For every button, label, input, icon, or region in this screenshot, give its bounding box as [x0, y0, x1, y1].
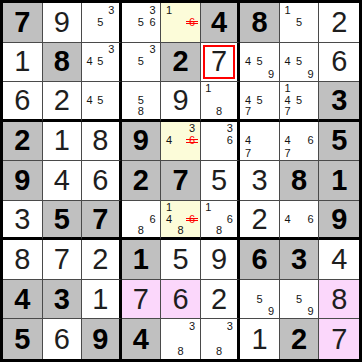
cell-value: 5: [331, 126, 347, 155]
candidates: 59: [280, 280, 319, 319]
cell-r2c5[interactable]: 2: [161, 43, 201, 83]
cell-r1c1[interactable]: 7: [3, 3, 43, 43]
candidate-empty: [224, 106, 235, 118]
candidate-6: 6: [305, 135, 317, 147]
candidate-8: 8: [214, 106, 225, 118]
cell-r2c6[interactable]: 7: [201, 43, 241, 83]
candidate-empty: [186, 333, 198, 346]
cell-r4c7[interactable]: 47: [240, 122, 280, 162]
candidate-empty: [282, 28, 294, 40]
cell-value: 6: [252, 245, 268, 274]
candidate-empty: [254, 147, 266, 159]
cell-value: 7: [211, 47, 227, 76]
candidate-empty: [265, 293, 277, 305]
cell-value: 5: [172, 245, 188, 274]
cell-value: 2: [14, 126, 30, 155]
candidate-empty: [175, 147, 187, 159]
cell-r3c1[interactable]: 6: [3, 82, 43, 122]
sudoku-board: 7935356164815218345352745945966245589184…: [0, 0, 362, 362]
candidate-5: 5: [293, 56, 305, 68]
candidate-empty: [163, 333, 175, 346]
candidate-empty: [124, 202, 136, 214]
cell-r1c5[interactable]: 16: [161, 3, 201, 43]
cell-r4c3[interactable]: 8: [82, 122, 122, 162]
cell-r1c4[interactable]: 356: [122, 3, 162, 43]
candidate-empty: [147, 28, 159, 40]
candidate-empty: [305, 4, 317, 16]
candidate-empty: [224, 333, 235, 346]
candidate-1: 1: [163, 202, 175, 214]
cell-r5c7[interactable]: 3: [240, 161, 280, 201]
cell-r8c4[interactable]: 7: [122, 280, 162, 320]
candidate-empty: [224, 147, 235, 159]
cell-r3c3[interactable]: 45: [82, 82, 122, 122]
candidate-empty: [124, 44, 136, 56]
cell-r6c5[interactable]: 1468: [161, 201, 201, 241]
candidate-empty: [95, 4, 106, 16]
candidate-empty: [305, 28, 317, 40]
cell-r2c1[interactable]: 1: [3, 43, 43, 83]
candidate-empty: [203, 147, 214, 159]
candidate-empty: [175, 16, 187, 28]
cell-value: 5: [14, 325, 30, 354]
candidate-5: 5: [95, 16, 106, 28]
cell-value: 4: [54, 166, 70, 195]
cell-r4c1[interactable]: 2: [3, 122, 43, 162]
candidate-empty: [265, 83, 277, 95]
cell-r7c7[interactable]: 6: [240, 240, 280, 280]
candidate-empty: [282, 281, 294, 293]
cell-r8c9[interactable]: 8: [319, 280, 359, 320]
candidate-empty: [84, 83, 95, 95]
cell-value: 1: [54, 126, 70, 155]
cell-r6c6[interactable]: 168: [201, 201, 241, 241]
candidate-empty: [135, 44, 147, 56]
candidates: 346: [161, 122, 200, 161]
candidate-5: 5: [135, 16, 147, 28]
candidate-empty: [224, 95, 235, 107]
candidate-empty: [265, 123, 277, 135]
candidate-8: 8: [214, 225, 225, 237]
cell-value: 4: [133, 325, 149, 354]
candidates: 467: [280, 122, 319, 161]
candidate-empty: [84, 106, 95, 118]
cell-value: 5: [54, 205, 70, 234]
cell-r6c2[interactable]: 5: [43, 201, 83, 241]
candidate-empty: [265, 95, 277, 107]
cell-value: 6: [92, 166, 108, 195]
candidate-empty: [95, 68, 106, 80]
candidate-4: 4: [242, 135, 254, 147]
candidate-empty: [293, 135, 305, 147]
cell-value: 5: [211, 166, 227, 195]
candidate-empty: [214, 83, 225, 95]
candidate-empty: [293, 123, 305, 135]
candidates: 38: [201, 319, 238, 359]
cell-r3c5[interactable]: 9: [161, 82, 201, 122]
candidate-empty: [293, 281, 305, 293]
candidate-6: 6: [147, 213, 159, 225]
candidate-empty: [242, 123, 254, 135]
candidate-empty: [254, 106, 266, 118]
cell-r1c3[interactable]: 35: [82, 3, 122, 43]
candidate-empty: [124, 213, 136, 225]
cell-r9c5[interactable]: 38: [161, 319, 201, 359]
candidates: 168: [201, 201, 238, 238]
candidate-8: 8: [175, 225, 187, 237]
candidate-empty: [124, 56, 136, 68]
candidates: 345: [82, 43, 119, 82]
candidate-empty: [265, 106, 277, 118]
candidate-empty: [95, 28, 106, 40]
candidate-empty: [124, 4, 136, 16]
candidate-empty: [175, 333, 187, 346]
candidate-5: 5: [293, 16, 305, 28]
candidates: 35: [122, 43, 161, 82]
cell-r6c7[interactable]: 2: [240, 201, 280, 241]
cell-r4c4[interactable]: 9: [122, 122, 162, 162]
cell-value: 2: [331, 8, 347, 37]
cell-r7c1[interactable]: 8: [3, 240, 43, 280]
candidate-empty: [282, 225, 294, 237]
candidate-empty: [293, 44, 305, 56]
candidate-empty: [186, 202, 198, 214]
cell-value: 1: [14, 47, 30, 76]
candidate-empty: [265, 281, 277, 293]
cell-r6c3[interactable]: 7: [82, 201, 122, 241]
cell-r9c6[interactable]: 38: [201, 319, 241, 359]
candidate-7: 7: [242, 147, 254, 159]
candidate-empty: [254, 135, 266, 147]
cell-r3c4[interactable]: 58: [122, 82, 162, 122]
candidate-empty: [163, 28, 175, 40]
candidate-9: 9: [305, 68, 317, 80]
candidate-empty: [106, 95, 117, 107]
candidate-empty: [95, 44, 106, 56]
cell-value: 7: [133, 285, 149, 314]
cell-r4c8[interactable]: 467: [280, 122, 320, 162]
cell-value: 4: [14, 285, 30, 314]
candidate-4: 4: [163, 213, 175, 225]
candidate-8: 8: [135, 225, 147, 237]
candidate-4: 4: [282, 213, 294, 225]
cell-r3c7[interactable]: 457: [240, 82, 280, 122]
cell-r9c2[interactable]: 6: [43, 319, 83, 359]
candidate-empty: [214, 202, 225, 214]
candidates: 47: [240, 122, 279, 161]
candidate-empty: [147, 202, 159, 214]
candidate-6: 6: [224, 135, 235, 147]
candidates: 15: [280, 3, 319, 42]
cell-r2c4[interactable]: 35: [122, 43, 162, 83]
cell-value: 7: [331, 325, 347, 354]
candidate-empty: [254, 123, 266, 135]
cell-value: 9: [54, 8, 70, 37]
candidate-empty: [265, 44, 277, 56]
cell-r2c9[interactable]: 6: [319, 43, 359, 83]
candidate-3: 3: [186, 123, 198, 135]
cell-r8c2[interactable]: 3: [43, 280, 83, 320]
cell-r2c8[interactable]: 459: [280, 43, 320, 83]
cell-r2c7[interactable]: 459: [240, 43, 280, 83]
candidate-empty: [305, 225, 317, 237]
cell-r8c6[interactable]: 2: [201, 280, 241, 320]
candidate-empty: [203, 106, 214, 118]
candidate-6-eliminated: 6: [186, 16, 198, 28]
candidate-empty: [106, 16, 117, 28]
cell-value: 9: [133, 126, 149, 155]
candidate-empty: [186, 28, 198, 40]
candidate-empty: [242, 83, 254, 95]
candidate-9: 9: [265, 305, 277, 317]
cell-value: 6: [14, 86, 30, 115]
cell-value: 8: [54, 47, 70, 76]
candidate-7: 7: [242, 106, 254, 118]
candidate-8: 8: [175, 345, 187, 358]
cell-r8c3[interactable]: 1: [82, 280, 122, 320]
cell-value: 1: [252, 325, 268, 354]
cell-r3c2[interactable]: 2: [43, 82, 83, 122]
cell-r9c1[interactable]: 5: [3, 319, 43, 359]
candidate-6-eliminated: 6: [186, 135, 198, 147]
candidates: 68: [122, 201, 161, 238]
cell-value: 9: [331, 205, 347, 234]
candidate-empty: [84, 44, 95, 56]
cell-r4c2[interactable]: 1: [43, 122, 83, 162]
candidate-empty: [305, 16, 317, 28]
cell-value: 2: [133, 166, 149, 195]
cell-r7c6[interactable]: 9: [201, 240, 241, 280]
candidate-empty: [293, 4, 305, 16]
candidate-5: 5: [254, 293, 266, 305]
candidates: 16: [161, 3, 200, 42]
candidate-empty: [106, 56, 117, 68]
cell-r9c9[interactable]: 7: [319, 319, 359, 359]
cell-value: 2: [54, 86, 70, 115]
cell-r8c5[interactable]: 6: [161, 280, 201, 320]
cell-r1c2[interactable]: 9: [43, 3, 83, 43]
cell-r6c4[interactable]: 68: [122, 201, 162, 241]
cell-value: 2: [92, 245, 108, 274]
candidate-3: 3: [224, 123, 235, 135]
cell-r9c4[interactable]: 4: [122, 319, 162, 359]
cell-r7c4[interactable]: 1: [122, 240, 162, 280]
cell-r7c5[interactable]: 5: [161, 240, 201, 280]
candidate-empty: [214, 147, 225, 159]
candidate-empty: [203, 320, 214, 333]
candidate-empty: [147, 95, 159, 107]
candidate-empty: [163, 320, 175, 333]
candidate-empty: [163, 16, 175, 28]
cell-r6c1[interactable]: 3: [3, 201, 43, 241]
candidates: 1457: [280, 82, 319, 119]
candidate-empty: [242, 293, 254, 305]
candidate-3: 3: [186, 320, 198, 333]
candidate-empty: [293, 106, 305, 118]
cell-r4c9[interactable]: 5: [319, 122, 359, 162]
candidate-empty: [293, 225, 305, 237]
cell-value: 9: [92, 325, 108, 354]
candidate-empty: [95, 106, 106, 118]
candidate-empty: [254, 68, 266, 80]
candidate-1: 1: [203, 83, 214, 95]
cell-r9c8[interactable]: 2: [280, 319, 320, 359]
cell-r8c8[interactable]: 59: [280, 280, 320, 320]
candidates: 58: [122, 82, 161, 119]
cell-r5c1[interactable]: 9: [3, 161, 43, 201]
cell-r8c1[interactable]: 4: [3, 280, 43, 320]
cell-value: 3: [331, 86, 347, 115]
candidate-6: 6: [147, 16, 159, 28]
cell-r7c3[interactable]: 2: [82, 240, 122, 280]
cell-r7c9[interactable]: 4: [319, 240, 359, 280]
candidate-empty: [305, 56, 317, 68]
candidate-empty: [106, 106, 117, 118]
candidate-empty: [242, 44, 254, 56]
candidate-empty: [186, 345, 198, 358]
candidate-empty: [135, 4, 147, 16]
cell-r9c7[interactable]: 1: [240, 319, 280, 359]
candidate-8: 8: [214, 345, 225, 358]
candidate-empty: [175, 135, 187, 147]
candidate-empty: [282, 123, 294, 135]
candidates: 45: [82, 82, 119, 119]
cell-r5c5[interactable]: 7: [161, 161, 201, 201]
candidate-5: 5: [254, 56, 266, 68]
candidate-1: 1: [203, 202, 214, 214]
candidate-6: 6: [305, 213, 317, 225]
candidate-empty: [293, 68, 305, 80]
candidate-empty: [203, 333, 214, 346]
cell-r7c8[interactable]: 3: [280, 240, 320, 280]
candidate-5: 5: [95, 56, 106, 68]
cell-r5c3[interactable]: 6: [82, 161, 122, 201]
cell-r5c8[interactable]: 8: [280, 161, 320, 201]
cell-r6c8[interactable]: 46: [280, 201, 320, 241]
candidate-empty: [293, 147, 305, 159]
cell-value: 1: [133, 245, 149, 274]
cell-value: 2: [211, 285, 227, 314]
cell-r5c9[interactable]: 1: [319, 161, 359, 201]
candidate-empty: [163, 225, 175, 237]
candidate-empty: [305, 95, 317, 107]
cell-r1c6[interactable]: 4: [201, 3, 241, 43]
candidate-empty: [254, 83, 266, 95]
candidate-5: 5: [293, 95, 305, 107]
candidate-3: 3: [147, 44, 159, 56]
candidate-empty: [254, 305, 266, 317]
candidate-empty: [135, 83, 147, 95]
candidates: 459: [280, 43, 319, 82]
cell-r1c8[interactable]: 15: [280, 3, 320, 43]
cell-value: 4: [331, 245, 347, 274]
candidate-empty: [135, 202, 147, 214]
candidate-empty: [203, 135, 214, 147]
candidates: 38: [161, 319, 200, 359]
candidate-empty: [282, 202, 294, 214]
candidate-6: 6: [224, 213, 235, 225]
candidate-4: 4: [163, 135, 175, 147]
cell-r1c9[interactable]: 2: [319, 3, 359, 43]
candidate-empty: [305, 83, 317, 95]
candidate-empty: [224, 225, 235, 237]
cell-value: 1: [92, 285, 108, 314]
cell-value: 9: [172, 86, 188, 115]
cell-r6c9[interactable]: 9: [319, 201, 359, 241]
cell-r5c4[interactable]: 2: [122, 161, 162, 201]
candidate-empty: [265, 56, 277, 68]
candidate-empty: [135, 68, 147, 80]
candidate-1: 1: [282, 4, 294, 16]
cell-r5c2[interactable]: 4: [43, 161, 83, 201]
candidate-5: 5: [95, 95, 106, 107]
cell-r2c2[interactable]: 8: [43, 43, 83, 83]
candidate-empty: [175, 4, 187, 16]
candidate-empty: [224, 345, 235, 358]
cell-value: 7: [54, 245, 70, 274]
cell-r9c3[interactable]: 9: [82, 319, 122, 359]
cell-r1c7[interactable]: 8: [240, 3, 280, 43]
candidate-empty: [203, 123, 214, 135]
cell-r4c6[interactable]: 36: [201, 122, 241, 162]
cell-value: 3: [252, 166, 268, 195]
candidate-4: 4: [282, 135, 294, 147]
candidates: 459: [240, 43, 279, 82]
candidate-empty: [242, 305, 254, 317]
candidate-empty: [282, 16, 294, 28]
cell-value: 9: [14, 166, 30, 195]
cell-r3c9[interactable]: 3: [319, 82, 359, 122]
cell-value: 9: [211, 245, 227, 274]
candidate-6-eliminated: 6: [186, 213, 198, 225]
candidate-empty: [305, 202, 317, 214]
candidate-empty: [124, 225, 136, 237]
candidate-5: 5: [254, 95, 266, 107]
candidate-3: 3: [224, 320, 235, 333]
candidate-empty: [265, 147, 277, 159]
cell-r2c3[interactable]: 345: [82, 43, 122, 83]
cell-r3c6[interactable]: 18: [201, 82, 241, 122]
candidate-7: 7: [282, 147, 294, 159]
cell-r4c5[interactable]: 346: [161, 122, 201, 162]
candidate-empty: [124, 106, 136, 118]
candidate-empty: [203, 225, 214, 237]
candidate-5: 5: [135, 56, 147, 68]
cell-value: 7: [92, 205, 108, 234]
cell-r8c7[interactable]: 59: [240, 280, 280, 320]
cell-value: 6: [172, 285, 188, 314]
cell-value: 3: [14, 205, 30, 234]
candidates: 59: [240, 280, 279, 319]
candidate-empty: [124, 95, 136, 107]
cell-value: 6: [54, 325, 70, 354]
candidate-9: 9: [305, 305, 317, 317]
candidate-empty: [84, 28, 95, 40]
candidate-empty: [254, 44, 266, 56]
cell-r7c2[interactable]: 7: [43, 240, 83, 280]
cell-value: 3: [54, 285, 70, 314]
candidate-empty: [106, 28, 117, 40]
candidate-empty: [175, 320, 187, 333]
candidates: 1468: [161, 201, 200, 238]
cell-value: 8: [14, 245, 30, 274]
cell-r5c6[interactable]: 5: [201, 161, 241, 201]
candidates: 46: [280, 201, 319, 238]
cell-r3c8[interactable]: 1457: [280, 82, 320, 122]
cell-value: 7: [14, 8, 30, 37]
candidate-8: 8: [135, 106, 147, 118]
candidate-empty: [186, 4, 198, 16]
